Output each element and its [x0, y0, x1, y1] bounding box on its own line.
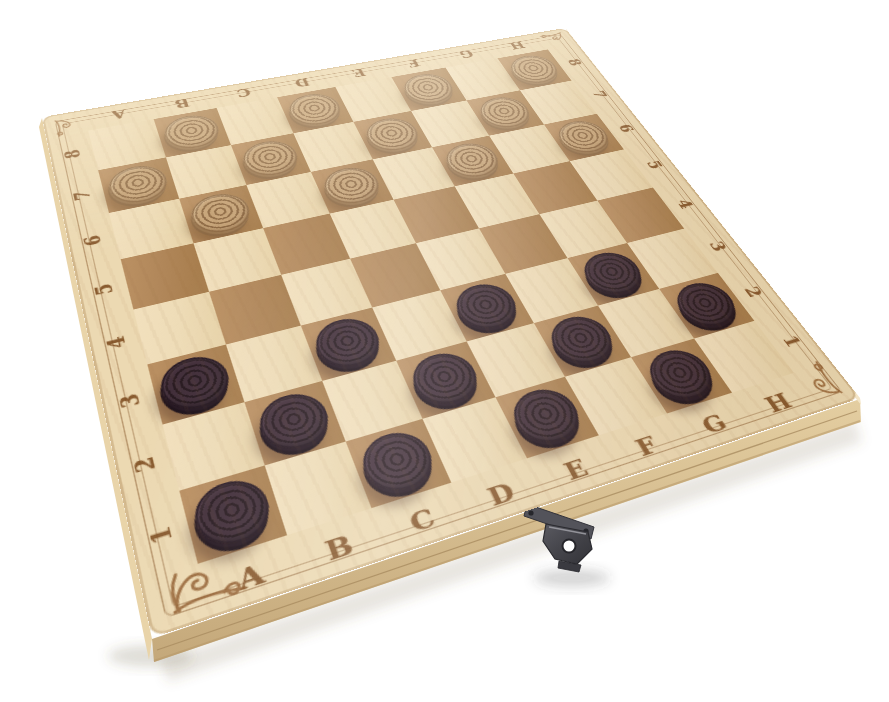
- light-checker-d6[interactable]: [318, 163, 385, 207]
- light-checker-h8[interactable]: [504, 53, 564, 86]
- light-checker-a7[interactable]: [105, 162, 171, 207]
- checkers-board-photo: AABBCCDDEEFFGGHH1122334455667788: [0, 0, 889, 702]
- light-checker-d8[interactable]: [284, 91, 346, 129]
- dark-checker-d2[interactable]: [405, 347, 486, 410]
- dark-checker-c1[interactable]: [355, 426, 441, 499]
- dark-checker-b2[interactable]: [253, 387, 335, 456]
- light-checker-b8[interactable]: [161, 112, 224, 152]
- latch-shadow: [534, 569, 610, 587]
- dark-checker-a3[interactable]: [156, 351, 235, 416]
- dark-checker-c3[interactable]: [309, 313, 387, 373]
- light-checker-c7[interactable]: [238, 137, 303, 179]
- dark-checker-a1[interactable]: [189, 473, 277, 553]
- light-checker-e7[interactable]: [360, 115, 424, 154]
- light-checker-b6[interactable]: [187, 189, 255, 236]
